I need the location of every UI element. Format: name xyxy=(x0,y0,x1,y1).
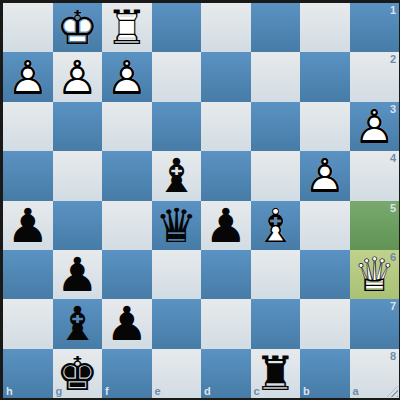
square-d4[interactable] xyxy=(201,151,251,200)
square-f2[interactable]: ♟♙ xyxy=(102,52,152,101)
square-e1[interactable] xyxy=(152,3,202,52)
square-a6[interactable]: ♛♕6 xyxy=(350,250,400,299)
square-g6[interactable]: ♟ xyxy=(53,250,103,299)
square-h4[interactable] xyxy=(3,151,53,200)
square-f7[interactable]: ♟ xyxy=(102,299,152,348)
square-c1[interactable] xyxy=(251,3,301,52)
square-c2[interactable] xyxy=(251,52,301,101)
file-label-a: a xyxy=(353,385,359,397)
square-d2[interactable] xyxy=(201,52,251,101)
square-b2[interactable] xyxy=(300,52,350,101)
square-c7[interactable] xyxy=(251,299,301,348)
black-pawn[interactable]: ♟ xyxy=(3,201,53,250)
square-e8[interactable]: e xyxy=(152,349,202,398)
square-f3[interactable] xyxy=(102,102,152,151)
square-d1[interactable] xyxy=(201,3,251,52)
rank-label-8: 8 xyxy=(390,350,396,362)
square-c3[interactable] xyxy=(251,102,301,151)
square-c5[interactable]: ♝♗ xyxy=(251,201,301,250)
white-pawn[interactable]: ♟♙ xyxy=(3,52,53,101)
square-h3[interactable] xyxy=(3,102,53,151)
white-pawn[interactable]: ♟♙ xyxy=(53,52,103,101)
square-e4[interactable]: ♝ xyxy=(152,151,202,200)
black-pawn[interactable]: ♟ xyxy=(102,299,152,348)
square-c6[interactable] xyxy=(251,250,301,299)
rank-label-5: 5 xyxy=(390,202,396,214)
square-b1[interactable] xyxy=(300,3,350,52)
square-e6[interactable] xyxy=(152,250,202,299)
square-g1[interactable]: ♚♔ xyxy=(53,3,103,52)
white-rook[interactable]: ♜♖ xyxy=(102,3,152,52)
square-c4[interactable] xyxy=(251,151,301,200)
square-a7[interactable]: 7 xyxy=(350,299,400,348)
square-g8[interactable]: ♚g xyxy=(53,349,103,398)
white-pawn[interactable]: ♟♙ xyxy=(300,151,350,200)
square-e7[interactable] xyxy=(152,299,202,348)
chess-board-frame: ♚♔♜♖1♟♙♟♙♟♙2♟♙3♝♟♙4♟♛♟♝♗5♟♛♕6♝♟7h♚gfed♜c… xyxy=(0,0,400,400)
file-label-e: e xyxy=(155,385,161,397)
square-b5[interactable] xyxy=(300,201,350,250)
square-h7[interactable] xyxy=(3,299,53,348)
square-d7[interactable] xyxy=(201,299,251,348)
white-queen[interactable]: ♛♕ xyxy=(350,250,400,299)
chess-board: ♚♔♜♖1♟♙♟♙♟♙2♟♙3♝♟♙4♟♛♟♝♗5♟♛♕6♝♟7h♚gfed♜c… xyxy=(3,3,399,398)
square-d3[interactable] xyxy=(201,102,251,151)
square-f6[interactable] xyxy=(102,250,152,299)
square-d6[interactable] xyxy=(201,250,251,299)
file-label-h: h xyxy=(6,385,13,397)
black-bishop[interactable]: ♝ xyxy=(152,151,202,200)
square-g5[interactable] xyxy=(53,201,103,250)
square-b3[interactable] xyxy=(300,102,350,151)
square-g7[interactable]: ♝ xyxy=(53,299,103,348)
black-king[interactable]: ♚ xyxy=(53,349,103,398)
rank-label-1: 1 xyxy=(390,4,396,16)
white-king[interactable]: ♚♔ xyxy=(53,3,103,52)
square-a4[interactable]: 4 xyxy=(350,151,400,200)
square-f8[interactable]: f xyxy=(102,349,152,398)
square-a2[interactable]: 2 xyxy=(350,52,400,101)
rank-label-2: 2 xyxy=(390,53,396,65)
black-bishop[interactable]: ♝ xyxy=(53,299,103,348)
square-e3[interactable] xyxy=(152,102,202,151)
square-h8[interactable]: h xyxy=(3,349,53,398)
square-b4[interactable]: ♟♙ xyxy=(300,151,350,200)
square-g3[interactable] xyxy=(53,102,103,151)
square-a8[interactable]: 8a xyxy=(350,349,400,398)
square-d8[interactable]: d xyxy=(201,349,251,398)
square-a3[interactable]: ♟♙3 xyxy=(350,102,400,151)
file-label-f: f xyxy=(105,385,109,397)
square-h5[interactable]: ♟ xyxy=(3,201,53,250)
black-pawn[interactable]: ♟ xyxy=(201,201,251,250)
black-pawn[interactable]: ♟ xyxy=(53,250,103,299)
black-rook[interactable]: ♜ xyxy=(251,349,301,398)
square-g2[interactable]: ♟♙ xyxy=(53,52,103,101)
square-d5[interactable]: ♟ xyxy=(201,201,251,250)
square-b8[interactable]: b xyxy=(300,349,350,398)
file-label-d: d xyxy=(204,385,211,397)
square-h1[interactable] xyxy=(3,3,53,52)
white-pawn[interactable]: ♟♙ xyxy=(102,52,152,101)
square-f1[interactable]: ♜♖ xyxy=(102,3,152,52)
white-pawn[interactable]: ♟♙ xyxy=(350,102,400,151)
black-queen[interactable]: ♛ xyxy=(152,201,202,250)
white-bishop[interactable]: ♝♗ xyxy=(251,201,301,250)
square-h6[interactable] xyxy=(3,250,53,299)
square-e2[interactable] xyxy=(152,52,202,101)
square-g4[interactable] xyxy=(53,151,103,200)
square-c8[interactable]: ♜c xyxy=(251,349,301,398)
square-b7[interactable] xyxy=(300,299,350,348)
square-f5[interactable] xyxy=(102,201,152,250)
rank-label-7: 7 xyxy=(390,300,396,312)
square-b6[interactable] xyxy=(300,250,350,299)
file-label-b: b xyxy=(303,385,310,397)
square-h2[interactable]: ♟♙ xyxy=(3,52,53,101)
square-a5[interactable]: 5 xyxy=(350,201,400,250)
square-a1[interactable]: 1 xyxy=(350,3,400,52)
square-e5[interactable]: ♛ xyxy=(152,201,202,250)
square-f4[interactable] xyxy=(102,151,152,200)
